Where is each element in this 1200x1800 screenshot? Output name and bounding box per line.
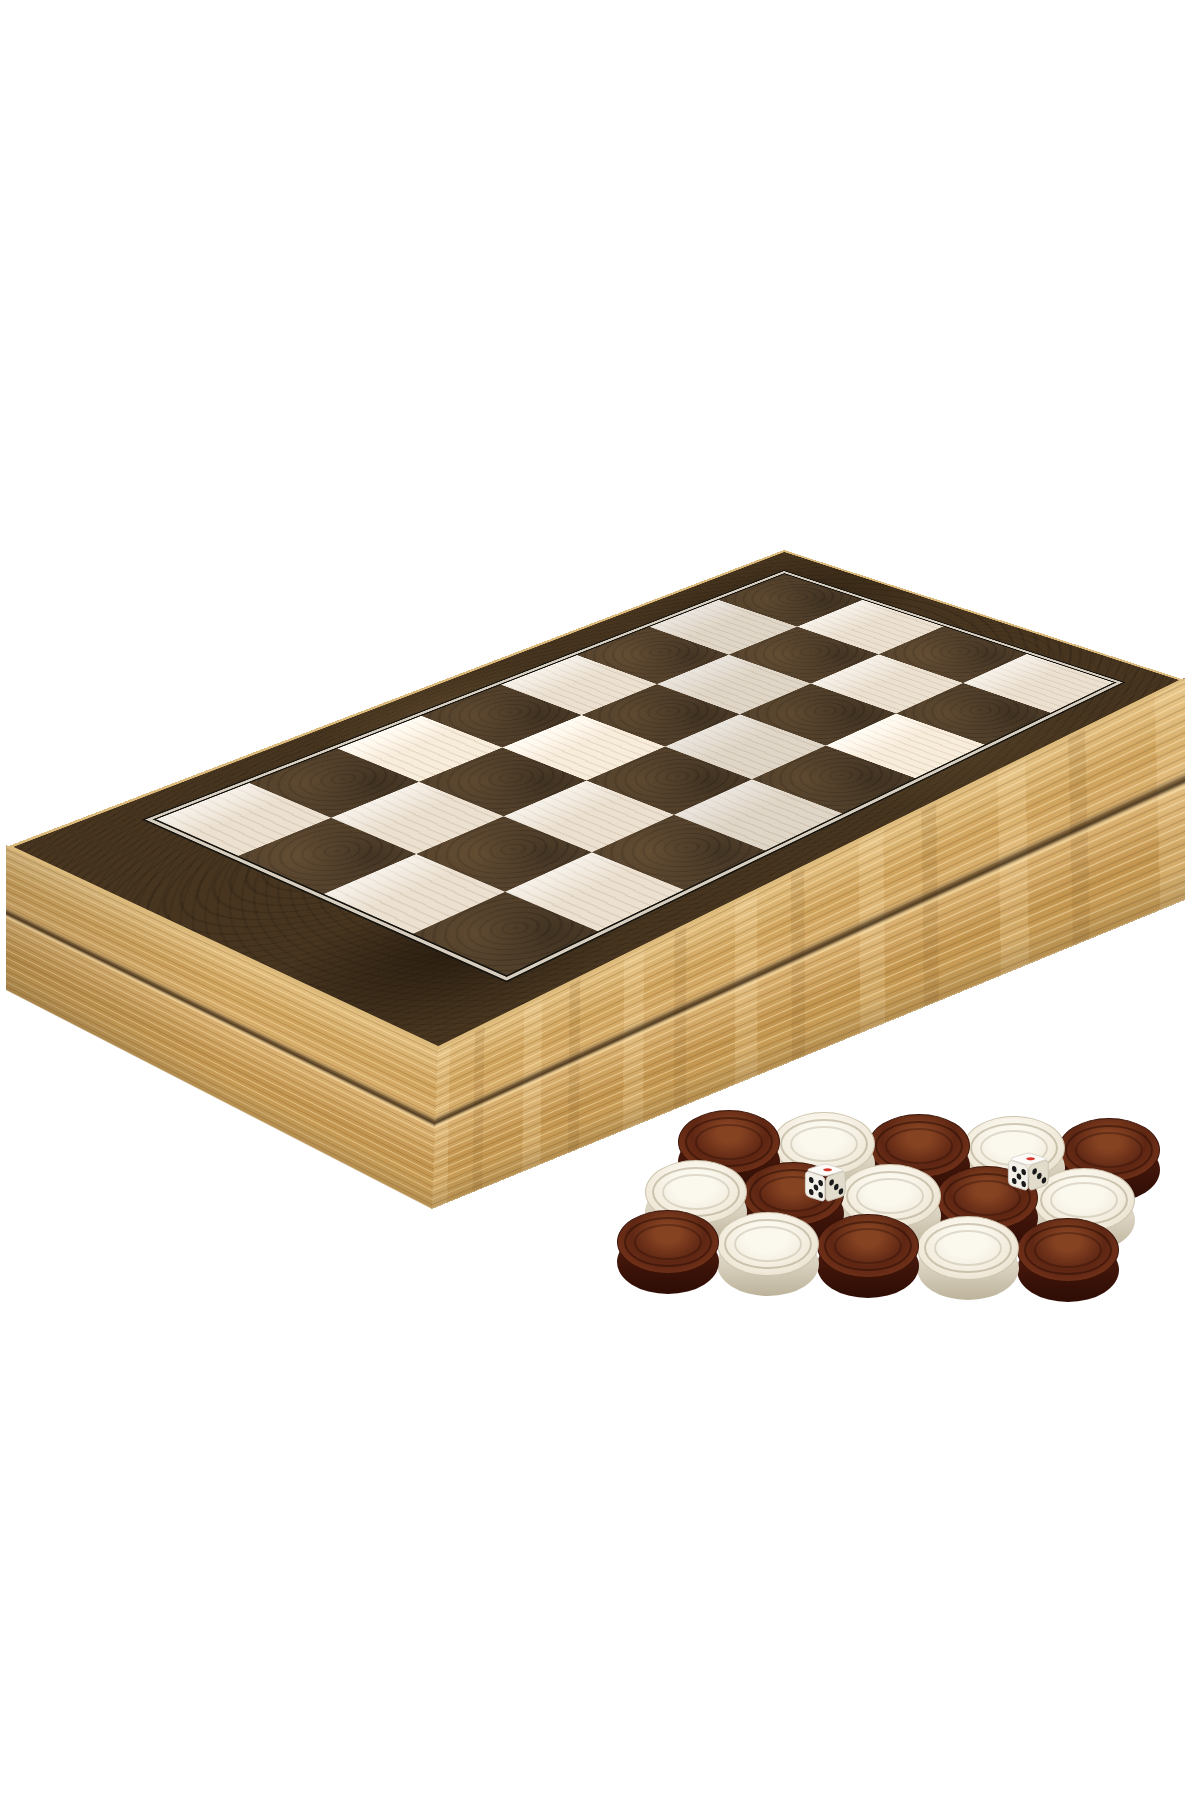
checker-top <box>717 1212 819 1276</box>
checker-light <box>917 1216 1019 1300</box>
die-pip <box>1012 1177 1017 1185</box>
die-pip <box>818 1191 823 1199</box>
die-pip <box>834 1183 839 1191</box>
checker-groove-ring <box>790 1126 858 1162</box>
checker-groove-ring <box>834 1228 902 1264</box>
die-pip <box>1032 1168 1037 1176</box>
die-pip <box>839 1188 844 1196</box>
die-pip <box>1042 1177 1047 1185</box>
die-pip <box>1021 1180 1026 1188</box>
die-pip <box>1017 1173 1022 1181</box>
checker-dark <box>817 1214 919 1298</box>
checker-groove-ring <box>856 1178 924 1214</box>
checker-dark <box>1017 1218 1119 1302</box>
checker-groove-ring <box>734 1226 802 1262</box>
die-pip <box>814 1184 819 1192</box>
checker-groove-ring <box>1050 1182 1118 1218</box>
die-pip <box>809 1188 814 1196</box>
checker-groove-ring <box>634 1224 702 1260</box>
die-pip <box>1024 1157 1036 1161</box>
checker-top <box>617 1210 719 1274</box>
checker-groove-ring <box>662 1174 730 1210</box>
checkers-layer <box>0 0 1200 1800</box>
die-pip <box>1012 1165 1017 1173</box>
checker-groove-ring <box>1075 1132 1143 1168</box>
die-pip <box>821 1168 833 1172</box>
checker-groove-ring <box>695 1124 763 1160</box>
die-pip <box>809 1176 814 1184</box>
checker-top <box>817 1214 919 1278</box>
checker-dark <box>617 1210 719 1294</box>
checker-groove-ring <box>934 1230 1002 1266</box>
product-photo <box>0 0 1200 1800</box>
checker-light <box>717 1212 819 1296</box>
checker-groove-ring <box>1034 1232 1102 1268</box>
checker-top <box>917 1216 1019 1280</box>
checker-groove-ring <box>885 1128 953 1164</box>
die-pip <box>829 1179 834 1187</box>
die-pip <box>1037 1172 1042 1180</box>
die-pip <box>818 1179 823 1187</box>
die-pip <box>1021 1168 1026 1176</box>
checker-top <box>1017 1218 1119 1282</box>
